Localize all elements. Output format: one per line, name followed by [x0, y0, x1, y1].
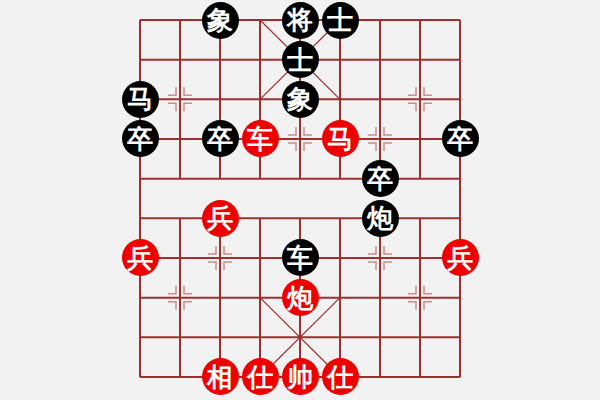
piece-red-elephant[interactable]: 相 — [202, 358, 239, 395]
piece-red-soldier[interactable]: 兵 — [122, 239, 159, 276]
piece-red-soldier[interactable]: 兵 — [442, 239, 479, 276]
piece-black-elephant[interactable]: 象 — [202, 2, 239, 39]
xiangqi-board[interactable]: 象将士士马象卒卒车马卒卒兵炮兵车兵炮相仕帅仕 — [0, 0, 600, 400]
piece-red-horse[interactable]: 马 — [322, 120, 359, 157]
piece-black-chariot[interactable]: 车 — [282, 239, 319, 276]
piece-layer: 象将士士马象卒卒车马卒卒兵炮兵车兵炮相仕帅仕 — [120, 0, 480, 397]
piece-red-chariot[interactable]: 车 — [242, 120, 279, 157]
piece-black-horse[interactable]: 马 — [122, 81, 159, 118]
piece-black-advisor[interactable]: 士 — [322, 2, 359, 39]
piece-red-advisor[interactable]: 仕 — [242, 358, 279, 395]
piece-black-cannon[interactable]: 炮 — [362, 200, 399, 237]
piece-red-advisor[interactable]: 仕 — [322, 358, 359, 395]
piece-black-soldier[interactable]: 卒 — [442, 120, 479, 157]
piece-black-soldier[interactable]: 卒 — [202, 120, 239, 157]
piece-black-general[interactable]: 将 — [282, 2, 319, 39]
piece-black-soldier[interactable]: 卒 — [122, 120, 159, 157]
piece-red-general[interactable]: 帅 — [282, 358, 319, 395]
piece-red-cannon[interactable]: 炮 — [282, 279, 319, 316]
piece-red-soldier[interactable]: 兵 — [202, 200, 239, 237]
piece-black-elephant[interactable]: 象 — [282, 81, 319, 118]
piece-black-soldier[interactable]: 卒 — [362, 160, 399, 197]
piece-black-advisor[interactable]: 士 — [282, 41, 319, 78]
